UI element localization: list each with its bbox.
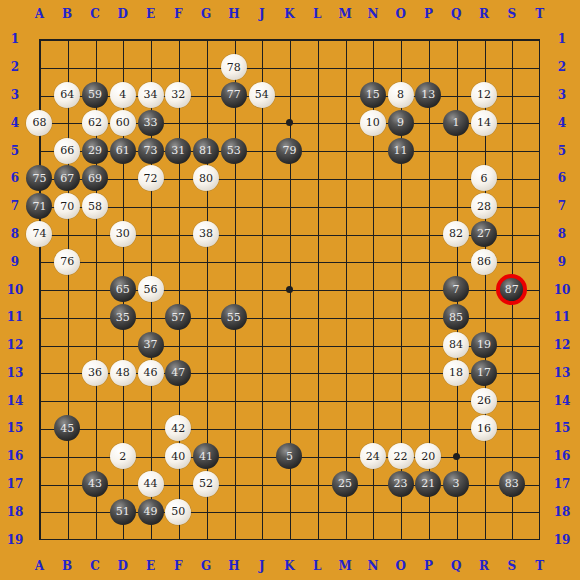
coordinate-label: 2	[558, 60, 566, 74]
coordinate-label: 14	[7, 394, 24, 408]
move-number: 72	[144, 173, 158, 184]
coordinate-label: 19	[7, 533, 24, 547]
stone-black-51[interactable]: 51	[110, 499, 136, 525]
coordinate-label: P	[424, 559, 433, 573]
move-number: 33	[144, 117, 158, 128]
coordinate-label: E	[146, 559, 155, 573]
move-number: 27	[477, 228, 491, 239]
coordinate-label: O	[395, 559, 405, 573]
coordinate-label: 13	[554, 366, 571, 380]
coordinate-label: 16	[7, 449, 24, 463]
coordinate-label: A	[35, 559, 44, 573]
coordinate-label: Q	[451, 559, 461, 573]
stone-black-69[interactable]: 69	[82, 165, 108, 191]
stone-white-50[interactable]: 50	[165, 499, 191, 525]
move-number: 55	[227, 312, 241, 323]
move-number: 20	[421, 451, 435, 462]
coordinate-label: 3	[558, 88, 566, 102]
coordinate-label: K	[284, 7, 294, 21]
stone-white-68[interactable]: 68	[26, 110, 52, 136]
star-point-k4	[286, 119, 293, 126]
move-number: 15	[366, 89, 380, 100]
stone-black-43[interactable]: 43	[82, 471, 108, 497]
coordinate-label: 6	[558, 171, 566, 185]
coordinate-label: F	[174, 7, 183, 21]
stone-white-60[interactable]: 60	[110, 110, 136, 136]
stone-white-10[interactable]: 10	[360, 110, 386, 136]
coordinate-label: E	[146, 7, 155, 21]
move-number: 45	[60, 423, 74, 434]
coordinate-label: S	[507, 559, 516, 573]
move-number: 30	[116, 228, 130, 239]
stone-white-70[interactable]: 70	[54, 193, 80, 219]
move-number: 21	[421, 478, 435, 489]
stone-white-56[interactable]: 56	[138, 276, 164, 302]
stone-white-66[interactable]: 66	[54, 138, 80, 164]
stone-black-49[interactable]: 49	[138, 499, 164, 525]
stone-white-2[interactable]: 2	[110, 443, 136, 469]
stone-black-23[interactable]: 23	[388, 471, 414, 497]
move-number: 85	[449, 312, 463, 323]
coordinate-label: O	[395, 7, 405, 21]
coordinate-label: T	[535, 7, 544, 21]
stone-black-17[interactable]: 17	[471, 360, 497, 386]
stone-black-71[interactable]: 71	[26, 193, 52, 219]
coordinate-label: 18	[7, 505, 24, 519]
coordinate-label: 14	[554, 394, 571, 408]
move-number: 29	[88, 145, 102, 156]
stone-black-45[interactable]: 45	[54, 415, 80, 441]
coordinate-label: 10	[554, 283, 571, 297]
coordinate-label: N	[367, 7, 378, 21]
move-number: 47	[171, 367, 185, 378]
stone-black-9[interactable]: 9	[388, 110, 414, 136]
coordinate-label: J	[259, 7, 265, 21]
coordinate-label: 11	[554, 310, 571, 324]
coordinate-label: 8	[11, 227, 19, 241]
coordinate-label: S	[507, 7, 516, 21]
coordinate-label: 17	[554, 477, 571, 491]
move-number: 36	[88, 367, 102, 378]
move-number: 50	[171, 506, 185, 517]
move-number: 16	[477, 423, 491, 434]
move-number: 17	[477, 367, 491, 378]
stone-white-78[interactable]: 78	[221, 54, 247, 80]
coordinate-label: J	[259, 559, 265, 573]
move-number: 71	[32, 201, 46, 212]
stone-white-12[interactable]: 12	[471, 82, 497, 108]
move-number: 9	[397, 117, 404, 128]
stone-white-58[interactable]: 58	[82, 193, 108, 219]
move-number: 40	[171, 451, 185, 462]
move-number: 53	[227, 145, 241, 156]
stone-white-76[interactable]: 76	[54, 249, 80, 275]
coordinate-label: 12	[554, 338, 571, 352]
coordinate-label: N	[367, 559, 378, 573]
move-number: 37	[144, 339, 158, 350]
coordinate-label: 9	[11, 255, 19, 269]
move-number: 58	[88, 201, 102, 212]
coordinate-label: D	[118, 7, 128, 21]
stone-white-18[interactable]: 18	[443, 360, 469, 386]
coordinate-label: 15	[554, 421, 571, 435]
stone-white-4[interactable]: 4	[110, 82, 136, 108]
coordinate-label: 5	[11, 144, 19, 158]
move-number: 78	[227, 62, 241, 73]
stone-black-81[interactable]: 81	[193, 138, 219, 164]
coordinate-label: A	[35, 7, 44, 21]
move-number: 67	[60, 173, 74, 184]
move-number: 11	[394, 145, 408, 156]
coordinate-label: L	[313, 7, 321, 21]
stone-white-52[interactable]: 52	[193, 471, 219, 497]
stone-white-32[interactable]: 32	[165, 82, 191, 108]
coordinate-label: C	[90, 559, 100, 573]
stone-black-5[interactable]: 5	[276, 443, 302, 469]
move-number: 32	[171, 89, 185, 100]
stone-black-83[interactable]: 83	[499, 471, 525, 497]
coordinate-label: 12	[7, 338, 24, 352]
move-number: 62	[88, 117, 102, 128]
stone-white-6[interactable]: 6	[471, 165, 497, 191]
move-number: 68	[32, 117, 46, 128]
move-number: 18	[449, 367, 463, 378]
coordinate-label: D	[118, 559, 128, 573]
stones-layer[interactable]: 1234567891011121314151617181920212223242…	[26, 26, 554, 554]
coordinate-label: P	[424, 7, 433, 21]
move-number: 76	[60, 256, 74, 267]
move-number: 65	[116, 284, 130, 295]
coordinate-label: 5	[558, 144, 566, 158]
stone-black-73[interactable]: 73	[138, 138, 164, 164]
coordinate-label: 6	[11, 171, 19, 185]
coordinate-label: T	[535, 559, 544, 573]
move-number: 8	[397, 89, 404, 100]
stone-black-61[interactable]: 61	[110, 138, 136, 164]
move-number: 5	[286, 451, 293, 462]
move-number: 4	[119, 89, 126, 100]
stone-white-40[interactable]: 40	[165, 443, 191, 469]
stone-white-16[interactable]: 16	[471, 415, 497, 441]
coordinate-label: Q	[451, 7, 461, 21]
move-number: 19	[477, 339, 491, 350]
move-number: 6	[480, 173, 487, 184]
move-number: 25	[338, 478, 352, 489]
move-number: 77	[227, 89, 241, 100]
move-number: 10	[366, 117, 380, 128]
stone-black-41[interactable]: 41	[193, 443, 219, 469]
move-number: 41	[199, 451, 213, 462]
stone-white-36[interactable]: 36	[82, 360, 108, 386]
stone-black-35[interactable]: 35	[110, 304, 136, 330]
move-number: 28	[477, 201, 491, 212]
coordinate-label: 11	[7, 310, 24, 324]
move-number: 87	[505, 284, 519, 295]
stone-white-34[interactable]: 34	[138, 82, 164, 108]
move-number: 46	[144, 367, 158, 378]
move-number: 3	[453, 478, 460, 489]
coordinate-label: L	[313, 559, 321, 573]
move-number: 22	[394, 451, 408, 462]
stone-white-20[interactable]: 20	[415, 443, 441, 469]
move-number: 73	[144, 145, 158, 156]
coordinate-label: 18	[554, 505, 571, 519]
stone-black-15[interactable]: 15	[360, 82, 386, 108]
stone-white-8[interactable]: 8	[388, 82, 414, 108]
coordinate-label: C	[90, 7, 100, 21]
coordinate-label: 2	[11, 60, 19, 74]
coordinate-label: M	[338, 559, 351, 573]
coordinate-label: 13	[7, 366, 24, 380]
stone-white-28[interactable]: 28	[471, 193, 497, 219]
move-number: 59	[88, 89, 102, 100]
coordinate-label: B	[62, 559, 72, 573]
coordinate-label: 19	[554, 533, 571, 547]
coordinate-label: 8	[558, 227, 566, 241]
stone-white-64[interactable]: 64	[54, 82, 80, 108]
stone-black-85[interactable]: 85	[443, 304, 469, 330]
stone-white-48[interactable]: 48	[110, 360, 136, 386]
move-number: 48	[116, 367, 130, 378]
stone-white-30[interactable]: 30	[110, 221, 136, 247]
coordinate-label: K	[284, 559, 294, 573]
stone-black-11[interactable]: 11	[388, 138, 414, 164]
move-number: 75	[32, 173, 46, 184]
star-point-q16	[453, 453, 460, 460]
stone-black-27[interactable]: 27	[471, 221, 497, 247]
stone-black-21[interactable]: 21	[415, 471, 441, 497]
move-number: 38	[199, 228, 213, 239]
stone-black-53[interactable]: 53	[221, 138, 247, 164]
stone-white-14[interactable]: 14	[471, 110, 497, 136]
stone-black-47[interactable]: 47	[165, 360, 191, 386]
move-number: 83	[505, 478, 519, 489]
move-number: 26	[477, 395, 491, 406]
move-number: 57	[171, 312, 185, 323]
coordinate-label: F	[174, 559, 183, 573]
coordinate-label: G	[201, 559, 211, 573]
coordinate-label: R	[479, 559, 489, 573]
stone-black-37[interactable]: 37	[138, 332, 164, 358]
stone-black-13[interactable]: 13	[415, 82, 441, 108]
stone-white-42[interactable]: 42	[165, 415, 191, 441]
move-number: 82	[449, 228, 463, 239]
stone-black-1[interactable]: 1	[443, 110, 469, 136]
move-number: 14	[477, 117, 491, 128]
coordinate-label: 15	[7, 421, 24, 435]
coordinate-label: 17	[7, 477, 24, 491]
move-number: 69	[88, 173, 102, 184]
stone-black-31[interactable]: 31	[165, 138, 191, 164]
stone-black-33[interactable]: 33	[138, 110, 164, 136]
move-number: 1	[453, 117, 460, 128]
move-number: 2	[119, 451, 126, 462]
coordinate-label: 10	[7, 283, 24, 297]
stone-white-26[interactable]: 26	[471, 388, 497, 414]
move-number: 13	[421, 89, 435, 100]
stone-black-67[interactable]: 67	[54, 165, 80, 191]
move-number: 74	[32, 228, 46, 239]
move-number: 70	[60, 201, 74, 212]
coordinate-label: 9	[558, 255, 566, 269]
coordinate-label: 4	[558, 116, 566, 130]
move-number: 34	[144, 89, 158, 100]
move-number: 84	[449, 339, 463, 350]
coordinate-label: 1	[11, 32, 19, 46]
star-point-k10	[286, 286, 293, 293]
stone-white-62[interactable]: 62	[82, 110, 108, 136]
stone-black-19[interactable]: 19	[471, 332, 497, 358]
stone-white-74[interactable]: 74	[26, 221, 52, 247]
coordinate-label: 1	[558, 32, 566, 46]
stone-black-57[interactable]: 57	[165, 304, 191, 330]
move-number: 79	[282, 145, 296, 156]
move-number: 61	[116, 145, 130, 156]
move-number: 81	[199, 145, 213, 156]
move-number: 51	[116, 506, 130, 517]
coordinate-label: H	[228, 7, 239, 21]
move-number: 12	[477, 89, 491, 100]
coordinate-label: 3	[11, 88, 19, 102]
stone-black-7[interactable]: 7	[443, 276, 469, 302]
stone-white-54[interactable]: 54	[249, 82, 275, 108]
stone-white-44[interactable]: 44	[138, 471, 164, 497]
stone-white-86[interactable]: 86	[471, 249, 497, 275]
coordinate-label: 16	[554, 449, 571, 463]
stone-white-46[interactable]: 46	[138, 360, 164, 386]
stone-black-25[interactable]: 25	[332, 471, 358, 497]
coordinate-label: H	[228, 559, 239, 573]
move-number: 23	[394, 478, 408, 489]
coordinate-label: R	[479, 7, 489, 21]
coordinate-label: B	[62, 7, 72, 21]
move-number: 60	[116, 117, 130, 128]
stone-black-77[interactable]: 77	[221, 82, 247, 108]
coordinate-label: 4	[11, 116, 19, 130]
move-number: 43	[88, 478, 102, 489]
move-number: 66	[60, 145, 74, 156]
stone-white-80[interactable]: 80	[193, 165, 219, 191]
coordinate-label: M	[338, 7, 351, 21]
move-number: 86	[477, 256, 491, 267]
stone-white-22[interactable]: 22	[388, 443, 414, 469]
move-number: 56	[144, 284, 158, 295]
stone-white-24[interactable]: 24	[360, 443, 386, 469]
stone-black-3[interactable]: 3	[443, 471, 469, 497]
go-board: ABCDEFGHJKLMNOPQRST ABCDEFGHJKLMNOPQRST …	[0, 0, 580, 580]
stone-black-59[interactable]: 59	[82, 82, 108, 108]
move-number: 31	[171, 145, 185, 156]
coordinate-label: G	[201, 7, 211, 21]
coordinate-label: 7	[11, 199, 19, 213]
stone-black-55[interactable]: 55	[221, 304, 247, 330]
stone-white-84[interactable]: 84	[443, 332, 469, 358]
coordinate-label: 7	[558, 199, 566, 213]
stone-black-65[interactable]: 65	[110, 276, 136, 302]
stone-black-79[interactable]: 79	[276, 138, 302, 164]
stone-white-82[interactable]: 82	[443, 221, 469, 247]
move-number: 52	[199, 478, 213, 489]
stone-black-29[interactable]: 29	[82, 138, 108, 164]
move-number: 80	[199, 173, 213, 184]
move-number: 44	[144, 478, 158, 489]
stone-white-38[interactable]: 38	[193, 221, 219, 247]
move-number: 24	[366, 451, 380, 462]
stone-black-87[interactable]: 87	[496, 274, 527, 305]
move-number: 64	[60, 89, 74, 100]
stone-white-72[interactable]: 72	[138, 165, 164, 191]
move-number: 49	[144, 506, 158, 517]
move-number: 7	[453, 284, 460, 295]
move-number: 42	[171, 423, 185, 434]
move-number: 35	[116, 312, 130, 323]
move-number: 54	[255, 89, 269, 100]
stone-black-75[interactable]: 75	[26, 165, 52, 191]
